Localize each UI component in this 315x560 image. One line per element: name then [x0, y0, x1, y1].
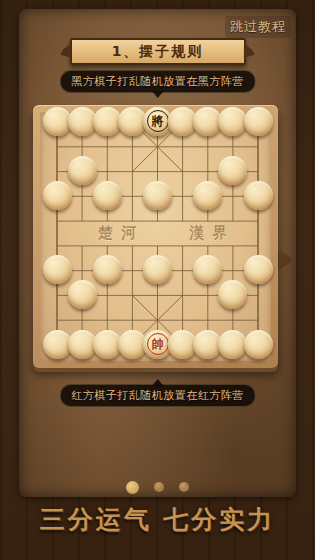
piece-face-down[interactable]	[143, 255, 172, 284]
black-side-tip: 黑方棋子打乱随机放置在黑方阵营	[59, 70, 256, 93]
piece-face-down[interactable]	[244, 330, 273, 359]
expand-drawer-arrow-icon[interactable]	[279, 250, 292, 268]
general-seal-ring: 將	[147, 110, 169, 132]
general-seal-ring: 帥	[147, 333, 169, 355]
piece-face-down[interactable]	[93, 255, 122, 284]
piece-face-down[interactable]	[93, 181, 122, 210]
piece-face-down[interactable]	[43, 181, 72, 210]
black-side-tip-text: 黑方棋子打乱随机放置在黑方阵营	[71, 75, 244, 88]
skip-tutorial-button[interactable]: 跳过教程	[225, 16, 291, 38]
piece-face-down[interactable]	[244, 181, 273, 210]
pagination-dot-2[interactable]	[154, 482, 164, 492]
board-surface: 楚河 漢界	[40, 112, 271, 361]
pagination-dot-1[interactable]	[126, 481, 139, 494]
piece-face-down[interactable]	[244, 255, 273, 284]
tip-pointer-up	[152, 379, 164, 386]
piece-face-down[interactable]	[143, 181, 172, 210]
piece-face-down[interactable]	[68, 280, 97, 309]
red-side-tip-text: 红方棋子打乱随机放置在红方阵营	[71, 389, 244, 402]
piece-face-down[interactable]	[43, 255, 72, 284]
piece-face-down[interactable]	[68, 156, 97, 185]
river-label-han: 漢界	[178, 224, 238, 243]
piece-face-down[interactable]	[244, 107, 273, 136]
footer-slogan: 三分运气 七分实力	[0, 503, 315, 536]
pagination-dot-3[interactable]	[179, 482, 189, 492]
red-side-tip: 红方棋子打乱随机放置在红方阵营	[59, 384, 256, 407]
pagination	[19, 480, 296, 494]
tip-pointer-down	[152, 91, 164, 98]
piece-face-down[interactable]	[193, 181, 222, 210]
tutorial-panel: 跳过教程 1、摆子规则 黑方棋子打乱随机放置在黑方阵营	[19, 9, 296, 497]
xiangqi-board[interactable]: 楚河 漢界 將帥	[33, 105, 278, 368]
river-label-chu: 楚河	[87, 224, 147, 243]
step-title-banner: 1、摆子规则	[70, 38, 246, 65]
